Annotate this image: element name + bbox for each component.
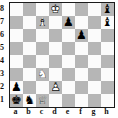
square-b7[interactable] bbox=[23, 16, 36, 29]
square-h5[interactable] bbox=[101, 42, 114, 55]
square-e1[interactable] bbox=[62, 94, 75, 107]
rank-labels: 87654321 bbox=[0, 2, 9, 108]
file-label-g: g bbox=[87, 107, 100, 118]
white-queen-icon[interactable]: ♛♕ bbox=[36, 94, 49, 107]
square-c1[interactable]: ♛♕ bbox=[36, 94, 49, 107]
square-a8[interactable] bbox=[10, 3, 23, 16]
square-h4[interactable] bbox=[101, 55, 114, 68]
square-h1[interactable] bbox=[101, 94, 114, 107]
square-g4[interactable] bbox=[88, 55, 101, 68]
square-e2[interactable] bbox=[62, 81, 75, 94]
file-label-b: b bbox=[22, 107, 35, 118]
square-b4[interactable] bbox=[23, 55, 36, 68]
square-f6[interactable]: ♟ bbox=[75, 29, 88, 42]
white-pawn-icon[interactable]: ♟♙ bbox=[49, 81, 62, 94]
square-g1[interactable] bbox=[88, 94, 101, 107]
square-f5[interactable] bbox=[75, 42, 88, 55]
black-king-icon[interactable]: ♚ bbox=[10, 94, 23, 107]
square-g2[interactable] bbox=[88, 81, 101, 94]
square-d8[interactable]: ♚♔ bbox=[49, 3, 62, 16]
white-knight-outline: ♘ bbox=[36, 68, 49, 81]
black-pawn-icon[interactable]: ♟ bbox=[75, 29, 88, 42]
rank-label-6: 6 bbox=[0, 28, 8, 41]
square-f4[interactable] bbox=[75, 55, 88, 68]
square-a1[interactable]: ♚ bbox=[10, 94, 23, 107]
square-e3[interactable] bbox=[62, 68, 75, 81]
black-pawn-icon[interactable]: ♟ bbox=[62, 16, 75, 29]
square-g5[interactable] bbox=[88, 42, 101, 55]
white-queen-outline: ♕ bbox=[36, 94, 49, 107]
square-h7[interactable]: ♝ bbox=[101, 16, 114, 29]
white-bishop-outline: ♗ bbox=[36, 16, 49, 29]
square-d2[interactable]: ♟♙ bbox=[49, 81, 62, 94]
square-e5[interactable] bbox=[62, 42, 75, 55]
black-bishop-icon[interactable]: ♝ bbox=[101, 16, 114, 29]
rank-label-1: 1 bbox=[0, 93, 8, 106]
square-h2[interactable] bbox=[101, 81, 114, 94]
square-c7[interactable]: ♝♗ bbox=[36, 16, 49, 29]
square-h6[interactable] bbox=[101, 29, 114, 42]
square-d1[interactable] bbox=[49, 94, 62, 107]
square-b8[interactable] bbox=[23, 3, 36, 16]
square-b1[interactable]: ♞ bbox=[23, 94, 36, 107]
square-c5[interactable] bbox=[36, 42, 49, 55]
square-d6[interactable] bbox=[49, 29, 62, 42]
chess-diagram: 87654321 ♚♔♝♝♗♟♝♟♞♘♟♟♙♚♞♛♕ abcdefgh bbox=[0, 0, 118, 118]
square-g6[interactable] bbox=[88, 29, 101, 42]
square-b3[interactable] bbox=[23, 68, 36, 81]
white-king-outline: ♔ bbox=[49, 3, 62, 16]
file-label-f: f bbox=[74, 107, 87, 118]
rank-label-4: 4 bbox=[0, 54, 8, 67]
rank-label-2: 2 bbox=[0, 80, 8, 93]
file-label-c: c bbox=[35, 107, 48, 118]
white-pawn-outline: ♙ bbox=[49, 81, 62, 94]
square-g7[interactable] bbox=[88, 16, 101, 29]
square-a4[interactable] bbox=[10, 55, 23, 68]
chess-board: ♚♔♝♝♗♟♝♟♞♘♟♟♙♚♞♛♕ bbox=[9, 2, 115, 108]
square-g8[interactable] bbox=[88, 3, 101, 16]
rank-label-7: 7 bbox=[0, 15, 8, 28]
file-label-e: e bbox=[61, 107, 74, 118]
square-f8[interactable] bbox=[75, 3, 88, 16]
square-d5[interactable] bbox=[49, 42, 62, 55]
square-d4[interactable] bbox=[49, 55, 62, 68]
square-d7[interactable] bbox=[49, 16, 62, 29]
file-label-h: h bbox=[100, 107, 113, 118]
white-knight-icon[interactable]: ♞♘ bbox=[36, 68, 49, 81]
square-h3[interactable] bbox=[101, 68, 114, 81]
square-e6[interactable] bbox=[62, 29, 75, 42]
rank-label-8: 8 bbox=[0, 2, 8, 15]
white-king-icon[interactable]: ♚♔ bbox=[49, 3, 62, 16]
square-a6[interactable] bbox=[10, 29, 23, 42]
black-knight-icon[interactable]: ♞ bbox=[23, 94, 36, 107]
file-label-a: a bbox=[9, 107, 22, 118]
square-b6[interactable] bbox=[23, 29, 36, 42]
square-c6[interactable] bbox=[36, 29, 49, 42]
square-b5[interactable] bbox=[23, 42, 36, 55]
square-f2[interactable] bbox=[75, 81, 88, 94]
square-g3[interactable] bbox=[88, 68, 101, 81]
square-e7[interactable]: ♟ bbox=[62, 16, 75, 29]
square-f3[interactable] bbox=[75, 68, 88, 81]
square-f1[interactable] bbox=[75, 94, 88, 107]
square-a7[interactable] bbox=[10, 16, 23, 29]
rank-label-5: 5 bbox=[0, 41, 8, 54]
square-e4[interactable] bbox=[62, 55, 75, 68]
file-labels: abcdefgh bbox=[9, 107, 115, 118]
file-label-d: d bbox=[48, 107, 61, 118]
rank-label-3: 3 bbox=[0, 67, 8, 80]
white-bishop-icon[interactable]: ♝♗ bbox=[36, 16, 49, 29]
square-a5[interactable] bbox=[10, 42, 23, 55]
square-c3[interactable]: ♞♘ bbox=[36, 68, 49, 81]
